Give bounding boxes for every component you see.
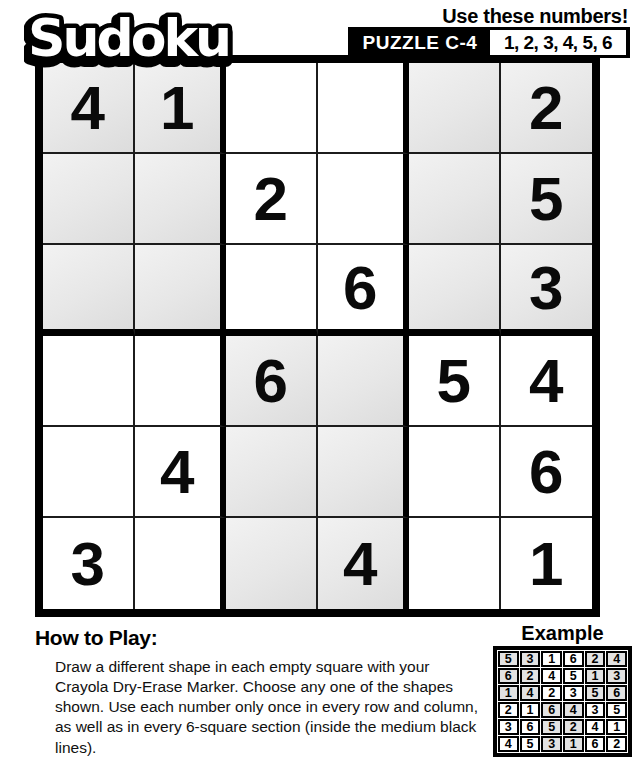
example-cell-r5c1: 3	[498, 719, 519, 735]
cell-r3c3[interactable]	[226, 245, 318, 336]
cell-r3c2[interactable]	[135, 245, 227, 336]
example-cell-r4c3: 6	[541, 702, 562, 718]
cell-r6c3[interactable]	[226, 518, 318, 609]
puzzle-id-bar: PUZZLE C-4 1, 2, 3, 4, 5, 6	[348, 27, 630, 58]
cell-r3c1[interactable]	[43, 245, 135, 336]
example-cell-r5c5: 4	[585, 719, 606, 735]
example-cell-r5c3: 5	[541, 719, 562, 735]
example-cell-r1c2: 3	[520, 651, 541, 667]
example-cell-r6c3: 3	[541, 736, 562, 752]
example-cell-r5c4: 2	[563, 719, 584, 735]
cell-r4c5: 5	[409, 336, 501, 427]
how-to-play-text: Draw a different shape in each empty squ…	[55, 657, 479, 758]
cell-r4c4[interactable]	[318, 336, 410, 427]
use-these-numbers-label: Use these numbers!	[442, 5, 628, 28]
cell-r1c6: 2	[501, 63, 593, 154]
cell-r6c5[interactable]	[409, 518, 501, 609]
cell-r4c6: 4	[501, 336, 593, 427]
cell-r2c6: 5	[501, 154, 593, 245]
cell-r1c1: 4	[43, 63, 135, 154]
example-cell-r4c4: 4	[563, 702, 584, 718]
example-cell-r3c1: 1	[498, 685, 519, 701]
example-cell-r3c5: 5	[585, 685, 606, 701]
cell-r1c3[interactable]	[226, 63, 318, 154]
cell-r5c4[interactable]	[318, 427, 410, 518]
example-cell-r6c6: 2	[606, 736, 627, 752]
cell-r6c4: 4	[318, 518, 410, 609]
example-cell-r4c5: 3	[585, 702, 606, 718]
example-cell-r2c2: 2	[520, 668, 541, 684]
example-cell-r1c6: 4	[606, 651, 627, 667]
cell-r4c1[interactable]	[43, 336, 135, 427]
example-cell-r6c2: 5	[520, 736, 541, 752]
example-cell-r2c5: 1	[585, 668, 606, 684]
cell-r5c6: 6	[501, 427, 593, 518]
cell-r3c5[interactable]	[409, 245, 501, 336]
cell-r3c6: 3	[501, 245, 593, 336]
example-cell-r3c2: 4	[520, 685, 541, 701]
cell-r6c1: 3	[43, 518, 135, 609]
page-title: Sudoku	[28, 8, 229, 68]
example-cell-r3c4: 3	[563, 685, 584, 701]
cell-r5c5[interactable]	[409, 427, 501, 518]
cell-r2c4[interactable]	[318, 154, 410, 245]
example-section: Example 53162462451314235621643536524145…	[493, 622, 632, 757]
example-cell-r3c3: 2	[541, 685, 562, 701]
cell-r3c4: 6	[318, 245, 410, 336]
example-cell-r1c3: 1	[541, 651, 562, 667]
example-title: Example	[493, 622, 632, 645]
example-cell-r6c4: 1	[563, 736, 584, 752]
example-grid: 531624624513142356216435365241453162	[493, 646, 632, 757]
cell-r2c2[interactable]	[135, 154, 227, 245]
example-cell-r3c6: 6	[606, 685, 627, 701]
allowed-numbers-box: 1, 2, 3, 4, 5, 6	[490, 30, 626, 55]
cell-r6c6: 1	[501, 518, 593, 609]
cell-r4c3: 6	[226, 336, 318, 427]
cell-r5c1[interactable]	[43, 427, 135, 518]
how-to-play-section: How to Play: Draw a different shape in e…	[35, 626, 487, 762]
cell-r2c5[interactable]	[409, 154, 501, 245]
cell-r6c2[interactable]	[135, 518, 227, 609]
cell-r5c2: 4	[135, 427, 227, 518]
cell-r4c2[interactable]	[135, 336, 227, 427]
example-cell-r2c3: 4	[541, 668, 562, 684]
example-cell-r1c1: 5	[498, 651, 519, 667]
example-cell-r1c5: 2	[585, 651, 606, 667]
example-cell-r4c1: 2	[498, 702, 519, 718]
example-cell-r4c2: 1	[520, 702, 541, 718]
example-cell-r6c5: 6	[585, 736, 606, 752]
example-cell-r4c6: 5	[606, 702, 627, 718]
sudoku-page: Sudoku Sudoku Use these numbers! PUZZLE …	[0, 0, 635, 762]
cell-r1c5[interactable]	[409, 63, 501, 154]
sudoku-board: 412256365446341	[35, 55, 600, 617]
example-cell-r5c6: 1	[606, 719, 627, 735]
how-to-play-heading: How to Play:	[35, 626, 487, 650]
cell-r1c2: 1	[135, 63, 227, 154]
cell-r1c4[interactable]	[318, 63, 410, 154]
example-cell-r2c4: 5	[563, 668, 584, 684]
example-cell-r1c4: 6	[563, 651, 584, 667]
cell-r2c3: 2	[226, 154, 318, 245]
example-cell-r5c2: 6	[520, 719, 541, 735]
example-cell-r6c1: 4	[498, 736, 519, 752]
example-cell-r2c6: 3	[606, 668, 627, 684]
example-cell-r2c1: 6	[498, 668, 519, 684]
cell-r5c3[interactable]	[226, 427, 318, 518]
puzzle-id-label: PUZZLE C-4	[348, 27, 492, 58]
cell-r2c1[interactable]	[43, 154, 135, 245]
page-title-art: Sudoku Sudoku	[24, 0, 274, 74]
